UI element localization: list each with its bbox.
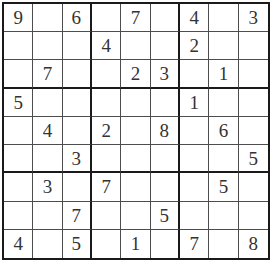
- sudoku-cell-r3c7[interactable]: [180, 60, 209, 88]
- sudoku-cell-r2c3[interactable]: [63, 32, 92, 60]
- sudoku-cell-r1c2[interactable]: [33, 4, 62, 32]
- sudoku-cell-r4c4[interactable]: [92, 89, 121, 117]
- sudoku-cell-r4c8[interactable]: [209, 89, 238, 117]
- sudoku-cell-r5c7[interactable]: [180, 117, 209, 145]
- sudoku-cell-r2c1[interactable]: [4, 32, 33, 60]
- sudoku-cell-r7c3[interactable]: [63, 173, 92, 201]
- sudoku-cell-r9c5[interactable]: 1: [121, 230, 150, 258]
- sudoku-cell-r7c8[interactable]: 5: [209, 173, 238, 201]
- sudoku-cell-r3c5[interactable]: 2: [121, 60, 150, 88]
- sudoku-cell-r3c9[interactable]: [239, 60, 268, 88]
- sudoku-cell-r6c7[interactable]: [180, 145, 209, 173]
- sudoku-cell-r9c7[interactable]: 7: [180, 230, 209, 258]
- sudoku-cell-r1c9[interactable]: 3: [239, 4, 268, 32]
- sudoku-cell-r7c5[interactable]: [121, 173, 150, 201]
- sudoku-cell-r8c4[interactable]: [92, 202, 121, 230]
- sudoku-cell-r3c3[interactable]: [63, 60, 92, 88]
- sudoku-cell-r2c8[interactable]: [209, 32, 238, 60]
- sudoku-cell-r7c6[interactable]: [151, 173, 180, 201]
- sudoku-cell-r1c7[interactable]: 4: [180, 4, 209, 32]
- sudoku-cell-r8c7[interactable]: [180, 202, 209, 230]
- sudoku-cell-r4c9[interactable]: [239, 89, 268, 117]
- sudoku-cell-r9c4[interactable]: [92, 230, 121, 258]
- sudoku-cell-r3c2[interactable]: 7: [33, 60, 62, 88]
- sudoku-cell-r6c8[interactable]: [209, 145, 238, 173]
- sudoku-cell-r4c3[interactable]: [63, 89, 92, 117]
- sudoku-cell-r9c2[interactable]: [33, 230, 62, 258]
- sudoku-cell-r1c8[interactable]: [209, 4, 238, 32]
- sudoku-cell-r6c4[interactable]: [92, 145, 121, 173]
- sudoku-cell-r4c5[interactable]: [121, 89, 150, 117]
- sudoku-cell-r1c1[interactable]: 9: [4, 4, 33, 32]
- sudoku-cell-r2c5[interactable]: [121, 32, 150, 60]
- sudoku-cell-r5c9[interactable]: [239, 117, 268, 145]
- sudoku-cell-r6c6[interactable]: [151, 145, 180, 173]
- sudoku-cell-r6c9[interactable]: 5: [239, 145, 268, 173]
- sudoku-page: 96743427231514286353757545178: [0, 0, 274, 264]
- sudoku-cell-r4c6[interactable]: [151, 89, 180, 117]
- sudoku-cell-r3c4[interactable]: [92, 60, 121, 88]
- sudoku-cell-r9c8[interactable]: [209, 230, 238, 258]
- sudoku-cell-r1c5[interactable]: 7: [121, 4, 150, 32]
- sudoku-cell-r7c9[interactable]: [239, 173, 268, 201]
- sudoku-cell-r3c8[interactable]: 1: [209, 60, 238, 88]
- sudoku-cell-r1c4[interactable]: [92, 4, 121, 32]
- sudoku-cell-r1c6[interactable]: [151, 4, 180, 32]
- sudoku-cell-r7c2[interactable]: 3: [33, 173, 62, 201]
- sudoku-cell-r5c6[interactable]: 8: [151, 117, 180, 145]
- sudoku-cell-r5c1[interactable]: [4, 117, 33, 145]
- sudoku-board: 96743427231514286353757545178: [2, 2, 270, 260]
- sudoku-cell-r9c1[interactable]: 4: [4, 230, 33, 258]
- sudoku-cell-r5c8[interactable]: 6: [209, 117, 238, 145]
- sudoku-cell-r6c1[interactable]: [4, 145, 33, 173]
- sudoku-cell-r8c8[interactable]: [209, 202, 238, 230]
- sudoku-cell-r2c2[interactable]: [33, 32, 62, 60]
- sudoku-cell-r7c4[interactable]: 7: [92, 173, 121, 201]
- sudoku-cell-r5c5[interactable]: [121, 117, 150, 145]
- sudoku-cell-r5c4[interactable]: 2: [92, 117, 121, 145]
- sudoku-cell-r5c2[interactable]: 4: [33, 117, 62, 145]
- sudoku-cell-r5c3[interactable]: [63, 117, 92, 145]
- sudoku-cell-r2c4[interactable]: 4: [92, 32, 121, 60]
- sudoku-cell-r3c1[interactable]: [4, 60, 33, 88]
- sudoku-cell-r8c2[interactable]: [33, 202, 62, 230]
- sudoku-cell-r8c3[interactable]: 7: [63, 202, 92, 230]
- sudoku-cell-r8c6[interactable]: 5: [151, 202, 180, 230]
- sudoku-cell-r7c7[interactable]: [180, 173, 209, 201]
- sudoku-cell-r9c6[interactable]: [151, 230, 180, 258]
- sudoku-cell-r8c1[interactable]: [4, 202, 33, 230]
- sudoku-cell-r2c7[interactable]: 2: [180, 32, 209, 60]
- sudoku-cell-r9c9[interactable]: 8: [239, 230, 268, 258]
- sudoku-cell-r4c2[interactable]: [33, 89, 62, 117]
- sudoku-cell-r8c5[interactable]: [121, 202, 150, 230]
- sudoku-cell-r2c6[interactable]: [151, 32, 180, 60]
- sudoku-cell-r7c1[interactable]: [4, 173, 33, 201]
- sudoku-cell-r6c3[interactable]: 3: [63, 145, 92, 173]
- sudoku-cell-r1c3[interactable]: 6: [63, 4, 92, 32]
- sudoku-cell-r4c7[interactable]: 1: [180, 89, 209, 117]
- sudoku-cell-r9c3[interactable]: 5: [63, 230, 92, 258]
- sudoku-cell-r6c2[interactable]: [33, 145, 62, 173]
- sudoku-cell-r3c6[interactable]: 3: [151, 60, 180, 88]
- sudoku-cell-r4c1[interactable]: 5: [4, 89, 33, 117]
- sudoku-cell-r6c5[interactable]: [121, 145, 150, 173]
- sudoku-cell-r8c9[interactable]: [239, 202, 268, 230]
- sudoku-cell-r2c9[interactable]: [239, 32, 268, 60]
